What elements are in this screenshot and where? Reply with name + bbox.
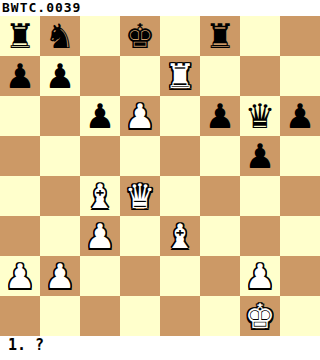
piece-white-rook: ♜ bbox=[165, 56, 195, 96]
piece-black-pawn: ♟ bbox=[245, 136, 275, 176]
square-g2[interactable]: ♟ bbox=[240, 256, 280, 296]
square-a6[interactable] bbox=[0, 96, 40, 136]
square-h8[interactable] bbox=[280, 16, 320, 56]
square-f5[interactable] bbox=[200, 136, 240, 176]
square-g8[interactable] bbox=[240, 16, 280, 56]
square-a7[interactable]: ♟ bbox=[0, 56, 40, 96]
square-g5[interactable]: ♟ bbox=[240, 136, 280, 176]
square-e7[interactable]: ♜ bbox=[160, 56, 200, 96]
piece-white-pawn: ♟ bbox=[245, 256, 275, 296]
square-b1[interactable] bbox=[40, 296, 80, 336]
diagram-title: BWTC.0039 bbox=[0, 0, 320, 16]
square-d7[interactable] bbox=[120, 56, 160, 96]
square-b8[interactable]: ♞ bbox=[40, 16, 80, 56]
square-a3[interactable] bbox=[0, 216, 40, 256]
square-f2[interactable] bbox=[200, 256, 240, 296]
piece-black-rook: ♜ bbox=[5, 16, 35, 56]
square-c7[interactable] bbox=[80, 56, 120, 96]
piece-white-pawn: ♟ bbox=[125, 96, 155, 136]
square-f7[interactable] bbox=[200, 56, 240, 96]
square-b7[interactable]: ♟ bbox=[40, 56, 80, 96]
piece-black-king: ♚ bbox=[125, 16, 155, 56]
square-f8[interactable]: ♜ bbox=[200, 16, 240, 56]
piece-black-pawn: ♟ bbox=[205, 96, 235, 136]
piece-white-pawn: ♟ bbox=[45, 256, 75, 296]
square-b6[interactable] bbox=[40, 96, 80, 136]
square-h4[interactable] bbox=[280, 176, 320, 216]
chess-board: ♜♞♚♜♟♟♜♟♟♟♛♟♟♝♛♟♝♟♟♟♚ bbox=[0, 16, 320, 336]
square-a2[interactable]: ♟ bbox=[0, 256, 40, 296]
square-f3[interactable] bbox=[200, 216, 240, 256]
piece-black-knight: ♞ bbox=[45, 16, 75, 56]
piece-black-rook: ♜ bbox=[205, 16, 235, 56]
square-h6[interactable]: ♟ bbox=[280, 96, 320, 136]
piece-white-pawn: ♟ bbox=[85, 216, 115, 256]
square-d6[interactable]: ♟ bbox=[120, 96, 160, 136]
square-f6[interactable]: ♟ bbox=[200, 96, 240, 136]
square-g3[interactable] bbox=[240, 216, 280, 256]
square-h1[interactable] bbox=[280, 296, 320, 336]
square-d5[interactable] bbox=[120, 136, 160, 176]
square-f4[interactable] bbox=[200, 176, 240, 216]
square-f1[interactable] bbox=[200, 296, 240, 336]
piece-black-pawn: ♟ bbox=[5, 56, 35, 96]
square-c6[interactable]: ♟ bbox=[80, 96, 120, 136]
square-c2[interactable] bbox=[80, 256, 120, 296]
square-d8[interactable]: ♚ bbox=[120, 16, 160, 56]
square-d3[interactable] bbox=[120, 216, 160, 256]
square-c1[interactable] bbox=[80, 296, 120, 336]
square-d4[interactable]: ♛ bbox=[120, 176, 160, 216]
piece-black-pawn: ♟ bbox=[85, 96, 115, 136]
square-e4[interactable] bbox=[160, 176, 200, 216]
square-b2[interactable]: ♟ bbox=[40, 256, 80, 296]
square-e6[interactable] bbox=[160, 96, 200, 136]
square-b4[interactable] bbox=[40, 176, 80, 216]
square-a8[interactable]: ♜ bbox=[0, 16, 40, 56]
square-c5[interactable] bbox=[80, 136, 120, 176]
square-g7[interactable] bbox=[240, 56, 280, 96]
square-a1[interactable] bbox=[0, 296, 40, 336]
square-g6[interactable]: ♛ bbox=[240, 96, 280, 136]
square-g4[interactable] bbox=[240, 176, 280, 216]
square-a5[interactable] bbox=[0, 136, 40, 176]
piece-white-bishop: ♝ bbox=[85, 176, 115, 216]
square-g1[interactable]: ♚ bbox=[240, 296, 280, 336]
square-d1[interactable] bbox=[120, 296, 160, 336]
square-e5[interactable] bbox=[160, 136, 200, 176]
piece-white-king: ♚ bbox=[245, 296, 275, 336]
square-c4[interactable]: ♝ bbox=[80, 176, 120, 216]
square-h3[interactable] bbox=[280, 216, 320, 256]
piece-black-pawn: ♟ bbox=[45, 56, 75, 96]
square-b3[interactable] bbox=[40, 216, 80, 256]
square-b5[interactable] bbox=[40, 136, 80, 176]
square-d2[interactable] bbox=[120, 256, 160, 296]
piece-white-pawn: ♟ bbox=[5, 256, 35, 296]
piece-black-queen: ♛ bbox=[245, 96, 275, 136]
square-e2[interactable] bbox=[160, 256, 200, 296]
square-e1[interactable] bbox=[160, 296, 200, 336]
square-e3[interactable]: ♝ bbox=[160, 216, 200, 256]
square-e8[interactable] bbox=[160, 16, 200, 56]
piece-white-queen: ♛ bbox=[125, 176, 155, 216]
square-a4[interactable] bbox=[0, 176, 40, 216]
square-h7[interactable] bbox=[280, 56, 320, 96]
square-c8[interactable] bbox=[80, 16, 120, 56]
square-c3[interactable]: ♟ bbox=[80, 216, 120, 256]
move-prompt: 1. ? bbox=[0, 336, 320, 360]
piece-black-pawn: ♟ bbox=[285, 96, 315, 136]
square-h5[interactable] bbox=[280, 136, 320, 176]
piece-white-bishop: ♝ bbox=[165, 216, 195, 256]
square-h2[interactable] bbox=[280, 256, 320, 296]
